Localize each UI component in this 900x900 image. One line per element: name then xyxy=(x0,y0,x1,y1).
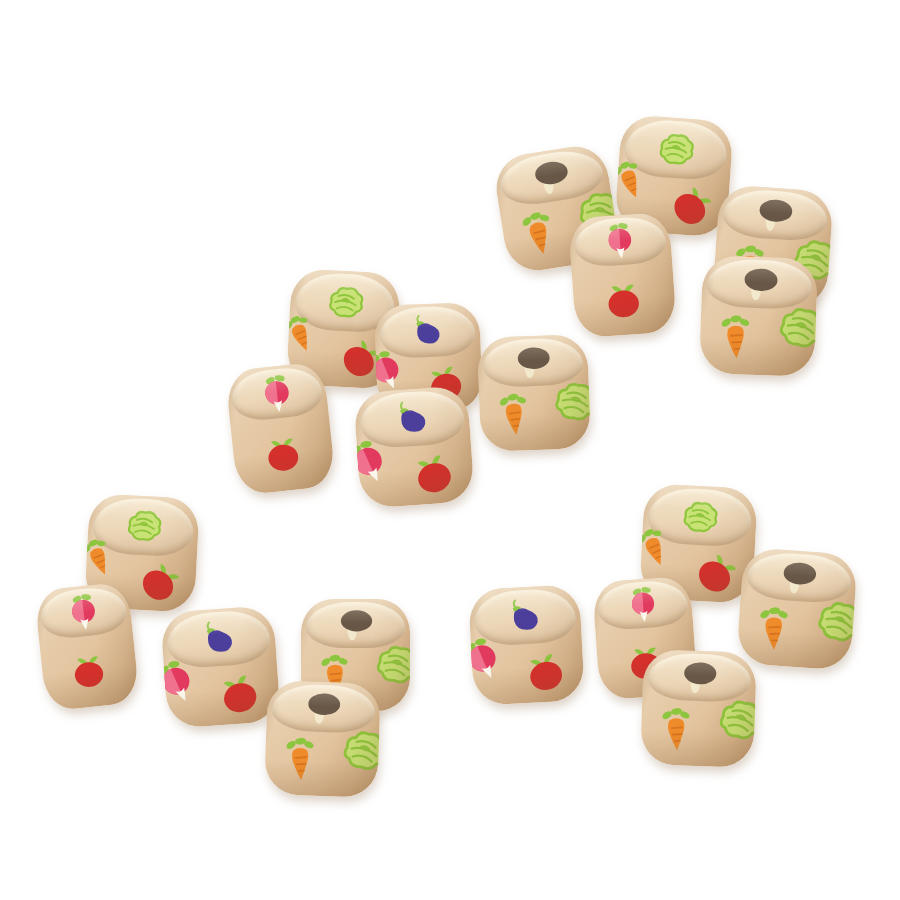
eggplant-icon xyxy=(374,394,450,444)
die-top-face xyxy=(573,215,668,268)
eggplant-icon xyxy=(393,310,461,354)
carrot-icon xyxy=(274,731,328,788)
top-face-radish-symbol xyxy=(53,590,113,636)
top-face-radish-symbol xyxy=(612,583,673,627)
eggplant-icon xyxy=(181,614,256,664)
tomato-icon xyxy=(64,638,114,699)
front-face-carrot-symbol xyxy=(486,385,542,445)
die-d15-bottom-left-top-mushroom xyxy=(264,680,381,798)
die-d9-middle-top-eggplant xyxy=(353,385,475,509)
front-face-carrot-symbol xyxy=(274,731,328,788)
die-top-face xyxy=(38,585,128,641)
die-top-face xyxy=(229,365,324,423)
radish-icon xyxy=(245,370,309,418)
radish-icon xyxy=(53,590,113,636)
radish-icon xyxy=(612,583,673,627)
die-d7-middle-top-radish xyxy=(225,361,337,496)
die-d10-middle-top-mushroom xyxy=(477,334,591,452)
front-face-tomato-symbol xyxy=(207,658,271,723)
carrot-icon xyxy=(650,700,704,757)
die-d20-bottom-right-top-mushroom xyxy=(640,649,757,768)
top-face-eggplant-symbol xyxy=(181,614,256,664)
die-d13-bottom-left-top-eggplant xyxy=(160,605,281,729)
dice-scene xyxy=(0,0,900,900)
carrot-icon xyxy=(709,308,764,367)
die-d3-top-right-top-radish xyxy=(568,212,677,339)
tomato-icon xyxy=(207,658,271,723)
die-d19-bottom-right-top-mushroom xyxy=(736,547,858,671)
radish-icon xyxy=(588,219,651,263)
die-top-face xyxy=(597,579,689,631)
front-face-carrot-symbol xyxy=(650,700,704,757)
top-face-radish-symbol xyxy=(245,370,309,418)
tomato-icon xyxy=(513,637,575,701)
tomato-icon xyxy=(256,420,308,483)
top-face-eggplant-symbol xyxy=(374,394,450,444)
die-d12-bottom-left-top-radish xyxy=(34,581,140,711)
carrot-icon xyxy=(508,200,571,266)
front-face-tomato-symbol xyxy=(64,638,114,699)
front-face-tomato-symbol xyxy=(256,420,308,483)
front-face-carrot-symbol xyxy=(748,601,801,657)
top-face-radish-symbol xyxy=(588,219,651,263)
front-face-tomato-symbol xyxy=(400,438,464,503)
top-face-eggplant-symbol xyxy=(489,593,562,641)
tomato-icon xyxy=(400,438,464,503)
carrot-icon xyxy=(486,385,542,445)
front-face-carrot-symbol xyxy=(508,200,571,266)
eggplant-icon xyxy=(489,593,562,641)
front-face-carrot-symbol xyxy=(709,308,764,367)
die-d16-bottom-right-top-eggplant xyxy=(468,584,585,706)
front-face-tomato-symbol xyxy=(513,637,575,701)
die-d5-top-right-top-mushroom xyxy=(699,255,818,377)
top-face-eggplant-symbol xyxy=(393,310,461,354)
carrot-icon xyxy=(748,601,801,657)
front-face-tomato-symbol xyxy=(598,267,649,327)
tomato-icon xyxy=(598,267,649,327)
